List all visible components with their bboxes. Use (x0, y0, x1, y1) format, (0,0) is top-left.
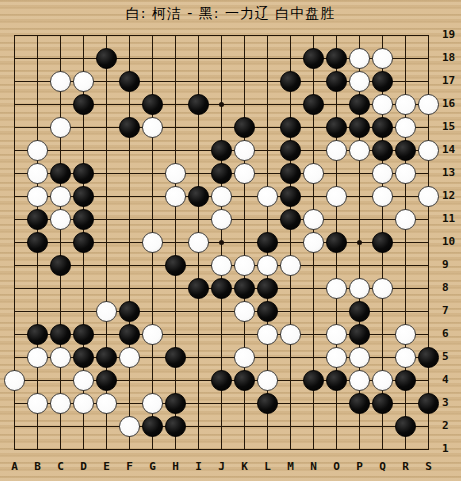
white-stone-C12 (50, 186, 71, 207)
white-stone-S14 (418, 140, 439, 161)
white-stone-P18 (349, 48, 370, 69)
column-label-D: D (76, 460, 91, 473)
black-stone-H3 (165, 393, 186, 414)
row-label-3: 3 (442, 396, 460, 409)
black-stone-Q17 (372, 71, 393, 92)
row-label-17: 17 (442, 74, 460, 87)
white-stone-J9 (211, 255, 232, 276)
white-stone-G10 (142, 232, 163, 253)
white-stone-D4 (73, 370, 94, 391)
black-stone-B11 (27, 209, 48, 230)
game-title: 白: 柯洁 - 黑: 一力辽 白中盘胜 (0, 4, 461, 22)
white-stone-C15 (50, 117, 71, 138)
white-stone-J12 (211, 186, 232, 207)
white-stone-O12 (326, 186, 347, 207)
column-label-J: J (214, 460, 229, 473)
white-stone-G6 (142, 324, 163, 345)
white-stone-M9 (280, 255, 301, 276)
white-stone-K9 (234, 255, 255, 276)
black-stone-M17 (280, 71, 301, 92)
black-stone-Q14 (372, 140, 393, 161)
black-stone-P3 (349, 393, 370, 414)
white-stone-O6 (326, 324, 347, 345)
white-stone-R11 (395, 209, 416, 230)
column-label-K: K (237, 460, 252, 473)
white-stone-Q4 (372, 370, 393, 391)
row-label-9: 9 (442, 258, 460, 271)
black-stone-G2 (142, 416, 163, 437)
column-label-B: B (30, 460, 45, 473)
black-stone-B6 (27, 324, 48, 345)
column-label-S: S (421, 460, 436, 473)
black-stone-L8 (257, 278, 278, 299)
column-label-P: P (352, 460, 367, 473)
black-stone-I16 (188, 94, 209, 115)
white-stone-P5 (349, 347, 370, 368)
black-stone-Q15 (372, 117, 393, 138)
white-stone-P14 (349, 140, 370, 161)
star-point-J16 (219, 102, 224, 107)
column-label-M: M (283, 460, 298, 473)
white-stone-L12 (257, 186, 278, 207)
black-stone-G16 (142, 94, 163, 115)
black-stone-J8 (211, 278, 232, 299)
black-stone-I12 (188, 186, 209, 207)
black-stone-S5 (418, 347, 439, 368)
white-stone-L6 (257, 324, 278, 345)
white-stone-P17 (349, 71, 370, 92)
white-stone-Q13 (372, 163, 393, 184)
black-stone-D13 (73, 163, 94, 184)
go-board-diagram: 白: 柯洁 - 黑: 一力辽 白中盘胜 ABCDEFGHIJKLMNOPQRS1… (0, 0, 461, 481)
black-stone-N4 (303, 370, 324, 391)
black-stone-H9 (165, 255, 186, 276)
row-label-6: 6 (442, 327, 460, 340)
black-stone-D12 (73, 186, 94, 207)
black-stone-E18 (96, 48, 117, 69)
white-stone-C5 (50, 347, 71, 368)
column-label-E: E (99, 460, 114, 473)
black-stone-O4 (326, 370, 347, 391)
row-label-2: 2 (442, 419, 460, 432)
row-label-15: 15 (442, 120, 460, 133)
white-stone-R13 (395, 163, 416, 184)
white-stone-Q8 (372, 278, 393, 299)
black-stone-K15 (234, 117, 255, 138)
black-stone-F17 (119, 71, 140, 92)
black-stone-E4 (96, 370, 117, 391)
white-stone-A4 (4, 370, 25, 391)
white-stone-G3 (142, 393, 163, 414)
black-stone-Q10 (372, 232, 393, 253)
column-label-Q: Q (375, 460, 390, 473)
white-stone-M6 (280, 324, 301, 345)
white-stone-P4 (349, 370, 370, 391)
white-stone-C11 (50, 209, 71, 230)
column-label-L: L (260, 460, 275, 473)
black-stone-J14 (211, 140, 232, 161)
row-label-10: 10 (442, 235, 460, 248)
black-stone-N18 (303, 48, 324, 69)
black-stone-H5 (165, 347, 186, 368)
black-stone-D10 (73, 232, 94, 253)
white-stone-K13 (234, 163, 255, 184)
white-stone-B12 (27, 186, 48, 207)
black-stone-O10 (326, 232, 347, 253)
column-label-C: C (53, 460, 68, 473)
row-label-8: 8 (442, 281, 460, 294)
black-stone-Q3 (372, 393, 393, 414)
column-label-H: H (168, 460, 183, 473)
black-stone-M14 (280, 140, 301, 161)
column-label-R: R (398, 460, 413, 473)
black-stone-D11 (73, 209, 94, 230)
black-stone-R14 (395, 140, 416, 161)
black-stone-P15 (349, 117, 370, 138)
black-stone-C13 (50, 163, 71, 184)
column-label-G: G (145, 460, 160, 473)
black-stone-R2 (395, 416, 416, 437)
black-stone-K8 (234, 278, 255, 299)
white-stone-I10 (188, 232, 209, 253)
black-stone-D6 (73, 324, 94, 345)
black-stone-B10 (27, 232, 48, 253)
white-stone-O5 (326, 347, 347, 368)
black-stone-L3 (257, 393, 278, 414)
white-stone-B3 (27, 393, 48, 414)
white-stone-L4 (257, 370, 278, 391)
black-stone-P7 (349, 301, 370, 322)
black-stone-D5 (73, 347, 94, 368)
row-label-5: 5 (442, 350, 460, 363)
white-stone-R16 (395, 94, 416, 115)
white-stone-C3 (50, 393, 71, 414)
black-stone-J13 (211, 163, 232, 184)
white-stone-O8 (326, 278, 347, 299)
black-stone-F6 (119, 324, 140, 345)
white-stone-N11 (303, 209, 324, 230)
black-stone-M15 (280, 117, 301, 138)
black-stone-E5 (96, 347, 117, 368)
white-stone-R15 (395, 117, 416, 138)
white-stone-Q16 (372, 94, 393, 115)
column-label-A: A (7, 460, 22, 473)
column-label-N: N (306, 460, 321, 473)
black-stone-H2 (165, 416, 186, 437)
black-stone-C6 (50, 324, 71, 345)
white-stone-D3 (73, 393, 94, 414)
white-stone-E7 (96, 301, 117, 322)
star-point-J10 (219, 240, 224, 245)
star-point-P10 (357, 240, 362, 245)
row-label-13: 13 (442, 166, 460, 179)
column-label-I: I (191, 460, 206, 473)
black-stone-P6 (349, 324, 370, 345)
white-stone-F5 (119, 347, 140, 368)
white-stone-H13 (165, 163, 186, 184)
white-stone-E3 (96, 393, 117, 414)
black-stone-O18 (326, 48, 347, 69)
white-stone-F2 (119, 416, 140, 437)
row-label-7: 7 (442, 304, 460, 317)
black-stone-L7 (257, 301, 278, 322)
white-stone-K7 (234, 301, 255, 322)
white-stone-S12 (418, 186, 439, 207)
black-stone-L10 (257, 232, 278, 253)
black-stone-O15 (326, 117, 347, 138)
white-stone-K5 (234, 347, 255, 368)
white-stone-N13 (303, 163, 324, 184)
white-stone-S16 (418, 94, 439, 115)
black-stone-F7 (119, 301, 140, 322)
black-stone-C9 (50, 255, 71, 276)
row-label-4: 4 (442, 373, 460, 386)
white-stone-K14 (234, 140, 255, 161)
black-stone-N16 (303, 94, 324, 115)
white-stone-H12 (165, 186, 186, 207)
white-stone-R5 (395, 347, 416, 368)
black-stone-M12 (280, 186, 301, 207)
column-label-O: O (329, 460, 344, 473)
white-stone-Q12 (372, 186, 393, 207)
white-stone-J11 (211, 209, 232, 230)
black-stone-D16 (73, 94, 94, 115)
row-label-19: 19 (442, 28, 460, 41)
white-stone-D17 (73, 71, 94, 92)
black-stone-F15 (119, 117, 140, 138)
white-stone-P8 (349, 278, 370, 299)
black-stone-P16 (349, 94, 370, 115)
white-stone-B14 (27, 140, 48, 161)
row-label-1: 1 (442, 442, 460, 455)
white-stone-L9 (257, 255, 278, 276)
white-stone-N10 (303, 232, 324, 253)
black-stone-J4 (211, 370, 232, 391)
white-stone-B13 (27, 163, 48, 184)
row-label-11: 11 (442, 212, 460, 225)
white-stone-O14 (326, 140, 347, 161)
white-stone-G15 (142, 117, 163, 138)
black-stone-S3 (418, 393, 439, 414)
black-stone-I8 (188, 278, 209, 299)
white-stone-R6 (395, 324, 416, 345)
black-stone-O17 (326, 71, 347, 92)
row-label-16: 16 (442, 97, 460, 110)
row-label-18: 18 (442, 51, 460, 64)
black-stone-K4 (234, 370, 255, 391)
black-stone-R4 (395, 370, 416, 391)
row-label-12: 12 (442, 189, 460, 202)
row-label-14: 14 (442, 143, 460, 156)
black-stone-M11 (280, 209, 301, 230)
white-stone-B5 (27, 347, 48, 368)
white-stone-C17 (50, 71, 71, 92)
column-label-F: F (122, 460, 137, 473)
white-stone-Q18 (372, 48, 393, 69)
black-stone-M13 (280, 163, 301, 184)
